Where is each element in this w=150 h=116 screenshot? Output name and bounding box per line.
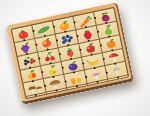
photo-backdrop [0,0,150,116]
pink-mushroom-icon [109,76,129,91]
tile-grid [11,7,130,99]
skirt-mushroom-icon [89,81,109,96]
white-mushroom-icon [68,85,88,99]
tile-pink-mushroom[interactable] [108,76,129,93]
tile-skirt-mushroom[interactable] [88,80,110,97]
puzzle-board [6,2,134,105]
red-cap-mushroom-icon [48,90,68,100]
